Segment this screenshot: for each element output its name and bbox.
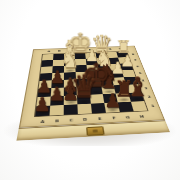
scene: ABCDEFGH ABCDEFGH 87654321 ♝♚♛♜♟♟♟♞♞♟♟♟♞… [0, 0, 180, 180]
product-photo: ABCDEFGH ABCDEFGH 87654321 ♝♚♛♜♟♟♟♞♞♟♟♟♞… [0, 0, 180, 180]
chess-board: ABCDEFGH ABCDEFGH 87654321 ♝♚♛♜♟♟♟♞♞♟♟♟♞… [17, 46, 170, 140]
brass-latch-icon [86, 126, 105, 136]
piece-shadow [118, 54, 129, 57]
square-b1 [50, 105, 64, 116]
square-c1 [64, 104, 78, 114]
latch-keyhole [92, 129, 97, 132]
square-d1 [77, 104, 92, 114]
piece-shadow [64, 62, 74, 66]
square-h1 [131, 101, 148, 111]
